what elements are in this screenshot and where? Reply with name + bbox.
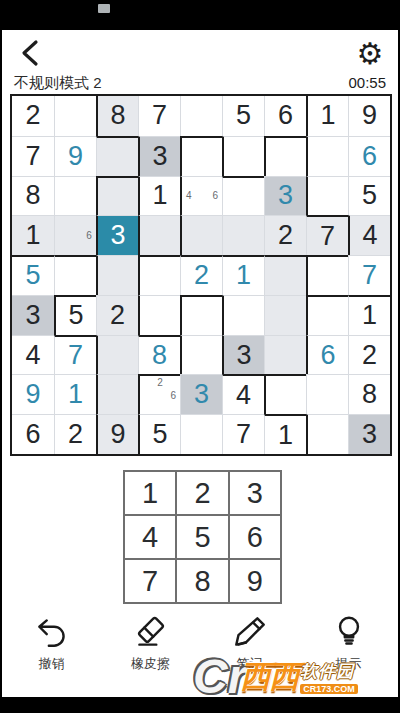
cell-r9c3[interactable]: 9 [96,414,138,454]
cell-value: 8 [349,375,390,414]
back-button[interactable] [14,36,48,70]
cell-r6c5[interactable] [180,295,222,335]
cell-r8c8[interactable] [306,374,348,414]
pencil-mark: 4 [182,189,195,202]
status-icon [98,4,110,13]
cell-r9c8[interactable] [306,414,348,454]
cell-r1c3[interactable]: 8 [96,96,138,136]
cell-r6c9[interactable]: 1 [348,295,390,335]
cell-r8c1[interactable]: 9 [12,374,54,414]
cell-r3c2[interactable] [54,176,96,216]
cell-r7c7[interactable] [264,335,306,375]
numpad-button-1[interactable]: 1 [124,471,176,515]
cell-r6c6[interactable] [222,295,264,335]
cell-r2c8[interactable] [306,136,348,176]
tool-pencil-button[interactable]: 笔记 [205,612,295,673]
cell-value: 2 [349,336,390,375]
cell-r9c9[interactable]: 3 [348,414,390,454]
cell-r3c9[interactable]: 5 [348,176,390,216]
cell-value: 8 [139,337,180,375]
cell-r4c5[interactable] [180,215,222,255]
cell-value: 9 [12,375,54,414]
cell-r8c3[interactable] [96,374,138,414]
cell-value: 3 [181,375,222,414]
cell-r6c2[interactable]: 5 [54,295,96,335]
cell-value: 5 [56,297,96,335]
numpad-button-3[interactable]: 3 [229,471,281,515]
toolbar: 撤销橡皮擦笔记提示 [2,612,398,690]
app-screen: ⚙ 不规则模式 2 00:55 287561979368146351632745… [0,0,400,713]
cell-r8c2[interactable]: 1 [54,374,96,414]
timer: 00:55 [348,74,386,91]
numpad-button-4[interactable]: 4 [124,515,176,559]
sudoku-board: 2875619793681463516327452173521478362912… [10,94,392,456]
cell-r1c5[interactable] [180,96,222,136]
cell-r4c1[interactable]: 1 [12,215,54,255]
cell-value: 2 [12,96,54,136]
cell-r7c5[interactable] [180,335,222,375]
number-pad: 123456789 [123,470,282,604]
cell-r4c6[interactable] [222,215,264,255]
cell-value: 3 [349,415,390,454]
cell-value: 6 [308,336,348,375]
pencil-mark: 6 [167,389,180,402]
numpad-button-2[interactable]: 2 [176,471,228,515]
cell-r2c4[interactable]: 3 [138,136,180,176]
cell-r8c9[interactable]: 8 [348,374,390,414]
cell-value: 5 [140,415,180,454]
cell-r5c4[interactable] [138,255,180,295]
cell-r2c6[interactable] [222,136,264,176]
cell-value: 6 [12,415,54,454]
cell-r7c9[interactable]: 2 [348,335,390,375]
cell-r3c5[interactable]: 46 [180,176,222,216]
cell-r9c7[interactable]: 1 [264,414,306,454]
cell-value: 2 [265,216,306,255]
cell-r5c2[interactable] [54,255,96,295]
cell-r2c7[interactable] [264,136,306,176]
cell-r9c4[interactable]: 5 [138,414,180,454]
cell-r2c1[interactable]: 7 [12,136,54,176]
cell-value: 9 [55,137,96,176]
cell-value: 3 [224,336,264,375]
page-title: 不规则模式 2 [14,74,102,93]
cell-r9c1[interactable]: 6 [12,414,54,454]
cell-value: 4 [12,336,54,375]
cell-value: 1 [12,216,54,255]
cell-r5c1[interactable]: 5 [12,255,54,295]
cell-r2c2[interactable]: 9 [54,136,96,176]
cell-value: 5 [349,177,390,216]
cell-r1c9[interactable]: 9 [348,96,390,136]
numpad-button-5[interactable]: 5 [176,515,228,559]
cell-value: 7 [349,256,390,295]
cell-r9c2[interactable]: 2 [54,414,96,454]
cell-value: 3 [265,177,306,216]
cell-value: 2 [97,296,138,335]
cell-r7c8[interactable]: 6 [306,335,348,375]
cell-r5c8[interactable] [306,255,348,295]
cell-value: 5 [12,257,54,295]
cell-r4c4[interactable] [138,215,180,255]
cell-r5c7[interactable] [264,255,306,295]
cell-r5c6[interactable]: 1 [222,255,264,295]
cell-r9c6[interactable]: 7 [222,414,264,454]
gear-icon[interactable]: ⚙ [352,36,388,72]
cell-r3c6[interactable] [222,176,264,216]
cell-value: 5 [223,96,264,136]
cell-value: 9 [349,96,390,136]
status-bar [0,0,400,30]
cell-value: 3 [12,296,54,335]
cell-r7c2[interactable]: 7 [54,335,96,375]
cell-r3c7[interactable]: 3 [264,176,306,216]
cell-r7c1[interactable]: 4 [12,335,54,375]
cell-r6c8[interactable] [306,295,348,335]
cell-r4c7[interactable]: 2 [264,215,306,255]
tool-eraser-button[interactable]: 橡皮擦 [106,612,196,673]
cell-r3c3[interactable] [96,176,138,216]
cell-value: 1 [223,257,264,295]
cell-value: 6 [265,96,306,136]
cell-r6c1[interactable]: 3 [12,295,54,335]
cell-r6c3[interactable]: 2 [96,295,138,335]
pencil-mark: 2 [153,376,166,389]
cell-r3c4[interactable]: 1 [138,176,180,216]
tool-label: 撤销 [39,655,65,673]
cell-r4c9[interactable]: 4 [348,215,390,255]
eraser-icon [131,612,171,652]
cell-value: 2 [181,257,222,295]
pencil-icon [230,612,270,652]
cell-r2c3[interactable] [96,136,138,176]
cell-r5c3[interactable] [96,255,138,295]
cell-value: 7 [139,96,180,136]
cell-r3c8[interactable] [306,176,348,216]
cell-value: 1 [55,375,96,414]
pencil-mark: 6 [209,189,222,202]
cell-value: 2 [55,415,96,454]
cell-value: 7 [307,217,348,255]
tool-label: 提示 [336,655,362,673]
cell-r3c1[interactable]: 8 [12,176,54,216]
cell-r9c5[interactable] [180,414,222,454]
cell-r8c7[interactable] [264,374,306,414]
cell-r6c4[interactable] [138,295,180,335]
cell-r1c1[interactable]: 2 [12,96,54,136]
cell-r1c2[interactable] [54,96,96,136]
numpad-button-6[interactable]: 6 [229,515,281,559]
cell-r6c7[interactable] [264,295,306,335]
cell-value: 4 [350,216,390,255]
cell-r8c6[interactable]: 4 [222,374,264,414]
cell-r4c3[interactable]: 3 [96,215,138,255]
cell-r4c2[interactable]: 6 [54,215,96,255]
cell-r1c7[interactable]: 6 [264,96,306,136]
numpad-button-8[interactable]: 8 [176,559,228,603]
cell-value: 3 [140,137,180,176]
cell-r2c9[interactable]: 6 [348,136,390,176]
cell-value: 3 [98,216,138,255]
cell-r4c8[interactable]: 7 [306,215,348,255]
cell-value: 7 [12,137,54,176]
cell-r1c4[interactable]: 7 [138,96,180,136]
cell-value: 7 [223,415,264,454]
numpad-button-7[interactable]: 7 [124,559,176,603]
cell-value: 1 [265,416,306,454]
cell-r5c9[interactable]: 7 [348,255,390,295]
tool-label: 橡皮擦 [131,655,170,673]
undo-icon [32,612,72,652]
cell-r7c3[interactable] [96,335,138,375]
cell-value: 1 [349,297,390,335]
main-card: ⚙ 不规则模式 2 00:55 287561979368146351632745… [2,30,398,697]
cell-value: 6 [349,137,390,176]
cell-value: 4 [223,376,264,414]
cell-value: 7 [55,337,96,375]
cell-r2c5[interactable] [180,136,222,176]
cell-r1c8[interactable]: 1 [306,96,348,136]
pencil-mark: 6 [82,229,96,242]
cell-value: 1 [308,96,348,136]
cell-r7c4[interactable]: 8 [138,335,180,375]
cell-r1c6[interactable]: 5 [222,96,264,136]
cell-value: 9 [98,415,138,454]
cell-r8c5[interactable]: 3 [180,374,222,414]
tool-label: 笔记 [237,655,263,673]
bulb-icon [329,612,369,652]
cell-value: 8 [98,96,138,136]
cell-r7c6[interactable]: 3 [222,335,264,375]
cell-r8c4[interactable]: 26 [138,374,180,414]
cell-value: 8 [12,177,54,216]
cell-r5c5[interactable]: 2 [180,255,222,295]
cell-value: 1 [140,177,180,216]
numpad-button-9[interactable]: 9 [229,559,281,603]
tool-undo-button[interactable]: 撤销 [7,612,97,673]
tool-bulb-button[interactable]: 提示 [304,612,394,673]
